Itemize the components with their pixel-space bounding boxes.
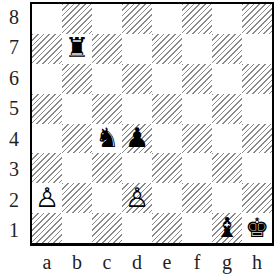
square-a8[interactable] [32,4,62,34]
square-h1[interactable]: ♚ [242,213,272,243]
square-f4[interactable] [182,124,212,154]
square-b7[interactable]: ♜ [62,34,92,64]
square-b4[interactable] [62,124,92,154]
chess-diagram: 87654321 ♜♞♟♙♙♝♚ abcdefgh [0,0,279,279]
rank-label-5: 5 [0,94,28,125]
square-g3[interactable] [212,153,242,183]
file-label-c: c [92,249,122,275]
piece-black-pawn-d4[interactable]: ♟ [125,124,149,151]
piece-black-rook-b7[interactable]: ♜ [65,34,89,61]
square-h8[interactable] [242,4,272,34]
square-e4[interactable] [152,124,182,154]
square-g5[interactable] [212,94,242,124]
piece-white-pawn-d2[interactable]: ♙ [125,184,149,211]
file-label-g: g [212,249,242,275]
square-d4[interactable]: ♟ [122,124,152,154]
piece-white-pawn-a2[interactable]: ♙ [35,184,59,211]
square-a5[interactable] [32,94,62,124]
square-c6[interactable] [92,64,122,94]
piece-black-bishop-g1[interactable]: ♝ [215,214,239,241]
file-label-d: d [122,249,152,275]
square-g4[interactable] [212,124,242,154]
piece-black-king-h1[interactable]: ♚ [245,214,269,241]
square-d6[interactable] [122,64,152,94]
square-h6[interactable] [242,64,272,94]
square-e5[interactable] [152,94,182,124]
square-e2[interactable] [152,183,182,213]
rank-label-3: 3 [0,155,28,186]
square-h4[interactable] [242,124,272,154]
rank-label-1: 1 [0,216,28,247]
square-c5[interactable] [92,94,122,124]
square-a1[interactable] [32,213,62,243]
square-d2[interactable]: ♙ [122,183,152,213]
square-d5[interactable] [122,94,152,124]
rank-label-8: 8 [0,2,28,33]
square-g2[interactable] [212,183,242,213]
file-label-e: e [152,249,182,275]
square-a3[interactable] [32,153,62,183]
square-f6[interactable] [182,64,212,94]
square-h7[interactable] [242,34,272,64]
chess-board: ♜♞♟♙♙♝♚ [30,2,274,246]
square-f5[interactable] [182,94,212,124]
square-c4[interactable]: ♞ [92,124,122,154]
square-a6[interactable] [32,64,62,94]
square-a4[interactable] [32,124,62,154]
rank-label-4: 4 [0,124,28,155]
square-f8[interactable] [182,4,212,34]
square-b3[interactable] [62,153,92,183]
square-f1[interactable] [182,213,212,243]
square-c7[interactable] [92,34,122,64]
square-a7[interactable] [32,34,62,64]
square-b6[interactable] [62,64,92,94]
square-d8[interactable] [122,4,152,34]
square-d1[interactable] [122,213,152,243]
square-f2[interactable] [182,183,212,213]
square-e6[interactable] [152,64,182,94]
square-c2[interactable] [92,183,122,213]
square-b1[interactable] [62,213,92,243]
piece-black-knight-c4[interactable]: ♞ [95,124,119,151]
rank-label-6: 6 [0,63,28,94]
rank-label-2: 2 [0,185,28,216]
square-f7[interactable] [182,34,212,64]
square-c1[interactable] [92,213,122,243]
square-b2[interactable] [62,183,92,213]
square-g6[interactable] [212,64,242,94]
file-label-a: a [32,249,62,275]
file-labels: abcdefgh [32,249,272,275]
file-label-h: h [242,249,272,275]
square-a2[interactable]: ♙ [32,183,62,213]
square-h5[interactable] [242,94,272,124]
file-label-f: f [182,249,212,275]
square-g1[interactable]: ♝ [212,213,242,243]
square-f3[interactable] [182,153,212,183]
square-e1[interactable] [152,213,182,243]
square-d3[interactable] [122,153,152,183]
square-d7[interactable] [122,34,152,64]
square-c8[interactable] [92,4,122,34]
rank-label-7: 7 [0,33,28,64]
rank-labels: 87654321 [0,2,28,246]
square-g8[interactable] [212,4,242,34]
square-g7[interactable] [212,34,242,64]
file-label-b: b [62,249,92,275]
square-e3[interactable] [152,153,182,183]
square-e7[interactable] [152,34,182,64]
square-e8[interactable] [152,4,182,34]
square-h2[interactable] [242,183,272,213]
square-b8[interactable] [62,4,92,34]
square-b5[interactable] [62,94,92,124]
square-h3[interactable] [242,153,272,183]
square-c3[interactable] [92,153,122,183]
